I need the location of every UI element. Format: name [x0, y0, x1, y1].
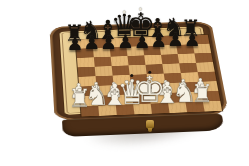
board-grid: [76, 35, 223, 117]
square-d1: [133, 104, 152, 115]
square-g2: [184, 92, 203, 103]
square-e1: [151, 103, 170, 114]
white-finial-dot: [123, 10, 126, 13]
square-b1: [98, 105, 117, 116]
square-g4: [181, 72, 200, 82]
square-c8: [109, 38, 127, 48]
square-c2: [115, 94, 134, 105]
square-g1: [185, 101, 204, 112]
white-finial-dot: [139, 7, 142, 10]
brass-latch-icon: [146, 120, 154, 129]
square-a1: [81, 106, 99, 117]
square-c4: [113, 75, 131, 85]
square-g6: [178, 53, 196, 63]
square-f1: [168, 102, 187, 113]
chessboard: [49, 21, 229, 121]
square-h1: [203, 101, 222, 112]
board-inlay: [59, 26, 217, 114]
square-g8: [175, 35, 193, 45]
square-c1: [116, 104, 135, 115]
square-c6: [111, 56, 129, 66]
chess-set-product-photo: ♜♞♝♛♚♝♞♜♟♟♟♟♟♟♟♟♟♟♟♟♟♟♟♟♜♞♝♛♚♝♞♜: [0, 0, 249, 166]
